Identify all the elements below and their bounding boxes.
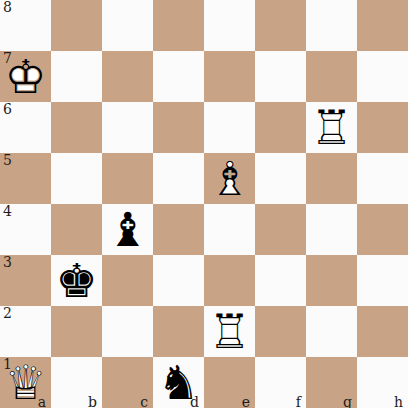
chess-board: 87♚♔6♜♖5♝♗4♝3♚2♜♖1a♛♕bcd♞efgh [0,0,408,408]
file-label-g: g [343,394,352,408]
square-f5[interactable] [255,153,306,204]
square-a2[interactable]: 2 [0,306,51,357]
square-f6[interactable] [255,102,306,153]
black-knight-d1-icon: ♞ [153,357,204,408]
rank-label-3: 3 [3,254,12,270]
white-rook-e2-icon: ♜♖ [204,306,255,357]
white-queen-a1-icon: ♛♕ [0,357,51,408]
square-e7[interactable] [204,51,255,102]
square-c4[interactable]: ♝ [102,204,153,255]
square-e4[interactable] [204,204,255,255]
square-h1[interactable]: h [357,357,408,408]
square-d3[interactable] [153,255,204,306]
white-king-a7-icon: ♚♔ [0,51,51,102]
piece-outline-layer: ♖ [208,308,250,355]
white-bishop-e5-icon: ♝♗ [204,153,255,204]
square-f1[interactable]: f [255,357,306,408]
square-d8[interactable] [153,0,204,51]
square-d6[interactable] [153,102,204,153]
square-a5[interactable]: 5 [0,153,51,204]
rank-label-5: 5 [3,152,12,168]
piece-fill-layer: ♝ [106,206,148,253]
square-e6[interactable] [204,102,255,153]
square-d5[interactable] [153,153,204,204]
square-b4[interactable] [51,204,102,255]
file-label-f: f [296,394,301,408]
rank-label-2: 2 [3,305,12,321]
square-a1[interactable]: 1a♛♕ [0,357,51,408]
square-a4[interactable]: 4 [0,204,51,255]
square-g8[interactable] [306,0,357,51]
square-f2[interactable] [255,306,306,357]
square-e2[interactable]: ♜♖ [204,306,255,357]
square-f3[interactable] [255,255,306,306]
piece-fill-layer: ♚ [55,257,97,304]
square-c2[interactable] [102,306,153,357]
square-c7[interactable] [102,51,153,102]
rank-label-4: 4 [3,203,12,219]
square-a6[interactable]: 6 [0,102,51,153]
square-h4[interactable] [357,204,408,255]
piece-outline-layer: ♗ [208,155,250,202]
square-c3[interactable] [102,255,153,306]
black-bishop-c4-icon: ♝ [102,204,153,255]
square-g5[interactable] [306,153,357,204]
square-f7[interactable] [255,51,306,102]
square-g6[interactable]: ♜♖ [306,102,357,153]
piece-outline-layer: ♕ [4,359,46,406]
file-label-h: h [394,394,403,408]
square-c8[interactable] [102,0,153,51]
file-label-e: e [242,394,250,408]
file-label-c: c [140,394,148,408]
square-g1[interactable]: g [306,357,357,408]
square-e1[interactable]: e [204,357,255,408]
square-b1[interactable]: b [51,357,102,408]
square-h5[interactable] [357,153,408,204]
square-a7[interactable]: 7♚♔ [0,51,51,102]
white-rook-g6-icon: ♜♖ [306,102,357,153]
square-g4[interactable] [306,204,357,255]
square-a8[interactable]: 8 [0,0,51,51]
piece-outline-layer: ♖ [310,104,352,151]
square-e8[interactable] [204,0,255,51]
square-d2[interactable] [153,306,204,357]
square-h7[interactable] [357,51,408,102]
square-g7[interactable] [306,51,357,102]
square-b7[interactable] [51,51,102,102]
square-h2[interactable] [357,306,408,357]
square-b8[interactable] [51,0,102,51]
square-b6[interactable] [51,102,102,153]
square-b2[interactable] [51,306,102,357]
piece-fill-layer: ♞ [157,359,199,406]
square-g2[interactable] [306,306,357,357]
file-label-b: b [88,394,97,408]
square-h8[interactable] [357,0,408,51]
square-e3[interactable] [204,255,255,306]
piece-outline-layer: ♔ [4,53,46,100]
square-d7[interactable] [153,51,204,102]
square-b5[interactable] [51,153,102,204]
square-e5[interactable]: ♝♗ [204,153,255,204]
rank-label-8: 8 [3,0,12,15]
square-f4[interactable] [255,204,306,255]
square-g3[interactable] [306,255,357,306]
square-c6[interactable] [102,102,153,153]
square-f8[interactable] [255,0,306,51]
square-c1[interactable]: c [102,357,153,408]
square-d1[interactable]: d♞ [153,357,204,408]
square-a3[interactable]: 3 [0,255,51,306]
square-h6[interactable] [357,102,408,153]
square-c5[interactable] [102,153,153,204]
square-b3[interactable]: ♚ [51,255,102,306]
square-h3[interactable] [357,255,408,306]
square-d4[interactable] [153,204,204,255]
black-king-b3-icon: ♚ [51,255,102,306]
